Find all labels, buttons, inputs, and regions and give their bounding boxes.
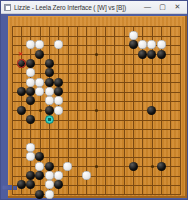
white-stone[interactable] <box>63 162 72 171</box>
white-stone[interactable] <box>45 87 54 96</box>
white-stone[interactable] <box>26 143 35 152</box>
white-stone[interactable] <box>35 78 44 87</box>
white-stone[interactable] <box>82 171 91 180</box>
white-stone[interactable] <box>129 31 138 40</box>
grid-hline <box>12 120 181 121</box>
maximize-button[interactable]: ▢ <box>155 1 170 13</box>
black-stone[interactable] <box>26 87 35 96</box>
grid-hline <box>12 148 181 149</box>
white-stone[interactable] <box>54 171 63 180</box>
window-title: Lizzie - Leela Zero Interface ( [W] vs [… <box>14 1 140 14</box>
close-button[interactable]: ✕ <box>170 1 185 13</box>
grid-vline <box>170 26 171 195</box>
last-move-red-circle <box>17 59 26 68</box>
white-stone[interactable] <box>26 78 35 87</box>
red-annotation-mark: ✕ <box>18 51 23 57</box>
black-stone[interactable] <box>26 171 35 180</box>
black-stone[interactable] <box>45 106 54 115</box>
black-stone[interactable] <box>45 68 54 77</box>
minimize-button[interactable]: — <box>140 1 155 13</box>
grid-vline <box>180 26 181 195</box>
star-point <box>151 165 154 168</box>
black-stone[interactable] <box>45 59 54 68</box>
black-stone[interactable] <box>17 87 26 96</box>
black-stone[interactable] <box>129 40 138 49</box>
white-stone[interactable] <box>157 40 166 49</box>
white-stone[interactable] <box>45 96 54 105</box>
black-stone[interactable] <box>54 78 63 87</box>
white-stone[interactable] <box>54 106 63 115</box>
black-stone[interactable] <box>26 59 35 68</box>
black-stone[interactable] <box>17 106 26 115</box>
black-stone[interactable] <box>45 162 54 171</box>
grid-hline <box>12 185 181 186</box>
black-stone[interactable] <box>129 162 138 171</box>
app-icon <box>4 4 11 11</box>
black-stone[interactable] <box>147 106 156 115</box>
black-stone[interactable] <box>17 180 26 189</box>
grid-vline <box>114 26 115 195</box>
grid-vline <box>105 26 106 195</box>
black-stone[interactable] <box>147 50 156 59</box>
black-stone[interactable] <box>157 162 166 171</box>
black-stone[interactable] <box>35 50 44 59</box>
white-stone[interactable] <box>45 171 54 180</box>
white-stone[interactable] <box>45 180 54 189</box>
white-stone[interactable] <box>45 190 54 199</box>
black-stone[interactable] <box>138 50 147 59</box>
title-bar[interactable]: Lizzie - Leela Zero Interface ( [W] vs [… <box>1 1 187 14</box>
white-stone[interactable] <box>35 162 44 171</box>
grid-hline <box>12 129 181 130</box>
black-stone[interactable] <box>45 78 54 87</box>
lizzie-window: Lizzie - Leela Zero Interface ( [W] vs [… <box>0 0 188 200</box>
black-stone[interactable] <box>54 87 63 96</box>
black-stone[interactable] <box>157 50 166 59</box>
grid-vline <box>124 26 125 195</box>
grid-hline <box>12 138 181 139</box>
engine-suggestion-marker[interactable] <box>45 115 54 124</box>
black-stone[interactable] <box>35 190 44 199</box>
black-stone[interactable] <box>26 115 35 124</box>
